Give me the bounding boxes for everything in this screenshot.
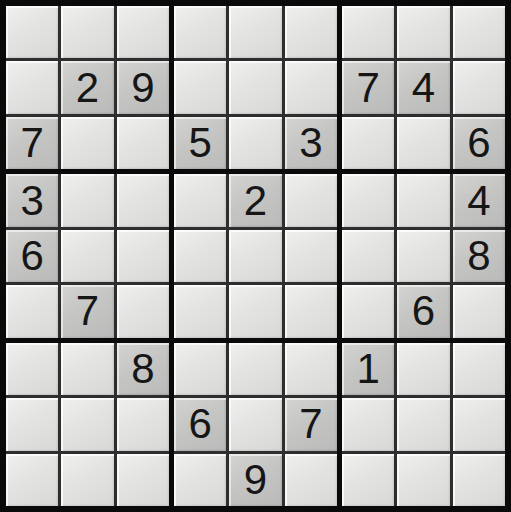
cell-r2c3: 9: [117, 61, 169, 113]
cell-r1c4[interactable]: [174, 6, 226, 58]
box-r2c3: 486: [342, 174, 505, 337]
cell-r4c5: 2: [229, 174, 281, 226]
cell-r9c6[interactable]: [285, 454, 337, 506]
cell-r5c7[interactable]: [342, 230, 394, 282]
box-r1c2: 53: [174, 6, 337, 169]
cell-r1c5[interactable]: [229, 6, 281, 58]
cell-r3c3[interactable]: [117, 117, 169, 169]
cell-r9c9[interactable]: [453, 454, 505, 506]
cell-r1c6[interactable]: [285, 6, 337, 58]
cell-r8c2[interactable]: [61, 398, 113, 450]
box-r2c1: 367: [6, 174, 169, 337]
cell-r1c7[interactable]: [342, 6, 394, 58]
cell-r2c5[interactable]: [229, 61, 281, 113]
cell-r6c3[interactable]: [117, 285, 169, 337]
cell-r2c8: 4: [397, 61, 449, 113]
cell-r4c4[interactable]: [174, 174, 226, 226]
cell-r9c3[interactable]: [117, 454, 169, 506]
cell-r8c1[interactable]: [6, 398, 58, 450]
cell-r8c9[interactable]: [453, 398, 505, 450]
cell-r9c7[interactable]: [342, 454, 394, 506]
cell-r8c4: 6: [174, 398, 226, 450]
cell-r2c6[interactable]: [285, 61, 337, 113]
cell-r3c7[interactable]: [342, 117, 394, 169]
cell-r9c8[interactable]: [397, 454, 449, 506]
cell-r5c3[interactable]: [117, 230, 169, 282]
cell-r8c8[interactable]: [397, 398, 449, 450]
cell-r7c9[interactable]: [453, 343, 505, 395]
cell-r5c9: 8: [453, 230, 505, 282]
cell-r4c1: 3: [6, 174, 58, 226]
cell-r2c7: 7: [342, 61, 394, 113]
cell-r2c9[interactable]: [453, 61, 505, 113]
cell-r6c5[interactable]: [229, 285, 281, 337]
cell-r8c5[interactable]: [229, 398, 281, 450]
cell-r5c2[interactable]: [61, 230, 113, 282]
cell-r9c4[interactable]: [174, 454, 226, 506]
cell-r8c7[interactable]: [342, 398, 394, 450]
cell-r1c8[interactable]: [397, 6, 449, 58]
cell-r3c2[interactable]: [61, 117, 113, 169]
cell-r7c4[interactable]: [174, 343, 226, 395]
cell-r3c1: 7: [6, 117, 58, 169]
cell-r4c8[interactable]: [397, 174, 449, 226]
cell-r9c1[interactable]: [6, 454, 58, 506]
cell-r1c1[interactable]: [6, 6, 58, 58]
cell-r4c3[interactable]: [117, 174, 169, 226]
cell-r5c6[interactable]: [285, 230, 337, 282]
cell-r5c8[interactable]: [397, 230, 449, 282]
cell-r5c1: 6: [6, 230, 58, 282]
cell-r7c6[interactable]: [285, 343, 337, 395]
cell-r5c5[interactable]: [229, 230, 281, 282]
cell-r4c2[interactable]: [61, 174, 113, 226]
cell-r6c7[interactable]: [342, 285, 394, 337]
cell-r6c4[interactable]: [174, 285, 226, 337]
cell-r3c6: 3: [285, 117, 337, 169]
cell-r2c1[interactable]: [6, 61, 58, 113]
cell-r7c1[interactable]: [6, 343, 58, 395]
cell-r9c5: 9: [229, 454, 281, 506]
cell-r6c8: 6: [397, 285, 449, 337]
cell-r1c9[interactable]: [453, 6, 505, 58]
cell-r9c2[interactable]: [61, 454, 113, 506]
cell-r3c8[interactable]: [397, 117, 449, 169]
box-r1c1: 297: [6, 6, 169, 169]
cell-r3c4: 5: [174, 117, 226, 169]
cell-r4c6[interactable]: [285, 174, 337, 226]
cell-r7c8[interactable]: [397, 343, 449, 395]
cell-r3c5[interactable]: [229, 117, 281, 169]
cell-r4c7[interactable]: [342, 174, 394, 226]
cell-r7c3: 8: [117, 343, 169, 395]
box-r2c2: 2: [174, 174, 337, 337]
cell-r2c2: 2: [61, 61, 113, 113]
cell-r6c1[interactable]: [6, 285, 58, 337]
cell-r6c6[interactable]: [285, 285, 337, 337]
cell-r8c6: 7: [285, 398, 337, 450]
cell-r6c9[interactable]: [453, 285, 505, 337]
cell-r8c3[interactable]: [117, 398, 169, 450]
sudoku-board: 29753746367248686791: [0, 0, 511, 512]
cell-r3c9: 6: [453, 117, 505, 169]
cell-r5c4[interactable]: [174, 230, 226, 282]
box-r3c1: 8: [6, 343, 169, 506]
cell-r7c7: 1: [342, 343, 394, 395]
box-r3c3: 1: [342, 343, 505, 506]
cell-r1c3[interactable]: [117, 6, 169, 58]
cell-r6c2: 7: [61, 285, 113, 337]
cell-r2c4[interactable]: [174, 61, 226, 113]
cell-r4c9: 4: [453, 174, 505, 226]
box-r1c3: 746: [342, 6, 505, 169]
box-r3c2: 679: [174, 343, 337, 506]
cell-r7c2[interactable]: [61, 343, 113, 395]
cell-r7c5[interactable]: [229, 343, 281, 395]
cell-r1c2[interactable]: [61, 6, 113, 58]
